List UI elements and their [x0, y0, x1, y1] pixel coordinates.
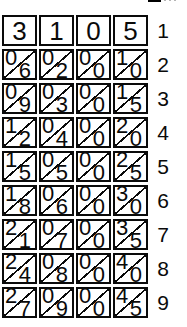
lattice-cell-r5-c3: 00 — [76, 151, 111, 182]
lattice-cell-r3-c1: 09 — [2, 83, 37, 114]
lattice-cell-r7-c4: 35 — [113, 219, 148, 250]
tens-digit: 0 — [42, 149, 54, 171]
lattice-cell-r8-c3: 00 — [76, 253, 111, 284]
multiplier-label-1: 1 — [150, 15, 176, 46]
lattice-cell-r2-c2: 02 — [39, 49, 74, 80]
tens-digit: 0 — [79, 47, 91, 69]
multiplier-label-7: 7 — [150, 219, 176, 250]
tens-digit: 0 — [79, 115, 91, 137]
tens-digit: 0 — [42, 251, 54, 273]
units-digit: 0 — [93, 196, 105, 218]
units-digit: 0 — [93, 60, 105, 82]
multiplier-label-6: 6 — [150, 185, 176, 216]
lattice-cell-r4-c1: 12 — [2, 117, 37, 148]
units-digit: 0 — [93, 94, 105, 116]
units-digit: 8 — [56, 264, 68, 286]
lattice-cell-r8-c4: 40 — [113, 253, 148, 284]
tens-digit: 0 — [79, 81, 91, 103]
units-digit: 2 — [19, 128, 31, 150]
units-digit: 7 — [56, 230, 68, 252]
tens-digit: 2 — [5, 285, 17, 307]
tens-digit: 1 — [116, 81, 128, 103]
tens-digit: 0 — [79, 285, 91, 307]
tens-digit: 2 — [5, 251, 17, 273]
units-digit: 5 — [130, 94, 142, 116]
tens-digit: 1 — [5, 183, 17, 205]
units-digit: 5 — [130, 162, 142, 184]
multiplier-label-9: 9 — [150, 287, 176, 318]
lattice-cell-r6-c2: 06 — [39, 185, 74, 216]
tens-digit: 0 — [42, 285, 54, 307]
lattice-cell-r3-c2: 03 — [39, 83, 74, 114]
lattice-cell-r4-c4: 20 — [113, 117, 148, 148]
tens-digit: 2 — [116, 115, 128, 137]
units-digit: 0 — [130, 128, 142, 150]
lattice-multiplication-worksheet: 3105106020010209030015312040020415050025… — [0, 0, 187, 327]
multiplicand-digit-cell-c3: 0 — [76, 15, 111, 46]
lattice-cell-r9-c1: 27 — [2, 287, 37, 318]
lattice-cell-r4-c3: 00 — [76, 117, 111, 148]
tens-digit: 2 — [5, 217, 17, 239]
units-digit: 6 — [56, 196, 68, 218]
tens-digit: 0 — [5, 47, 17, 69]
lattice-cell-r2-c4: 10 — [113, 49, 148, 80]
units-digit: 0 — [130, 196, 142, 218]
lattice-cell-r6-c1: 18 — [2, 185, 37, 216]
lattice-cell-r7-c3: 00 — [76, 219, 111, 250]
multiplier-label-3: 3 — [150, 83, 176, 114]
units-digit: 2 — [56, 60, 68, 82]
tens-digit: 0 — [42, 217, 54, 239]
lattice-cell-r5-c4: 25 — [113, 151, 148, 182]
units-digit: 4 — [19, 264, 31, 286]
tens-digit: 0 — [79, 217, 91, 239]
lattice-cell-r3-c4: 15 — [113, 83, 148, 114]
lattice-cell-r3-c3: 00 — [76, 83, 111, 114]
lattice-cell-r8-c1: 24 — [2, 253, 37, 284]
units-digit: 6 — [19, 60, 31, 82]
units-digit: 0 — [93, 230, 105, 252]
lattice-cell-r2-c1: 06 — [2, 49, 37, 80]
multiplier-label-8: 8 — [150, 253, 176, 284]
lattice-cell-r5-c2: 05 — [39, 151, 74, 182]
units-digit: 5 — [19, 162, 31, 184]
lattice-cell-r9-c4: 45 — [113, 287, 148, 318]
tens-digit: 0 — [42, 47, 54, 69]
multiplicand-digit-cell-c4: 5 — [113, 15, 148, 46]
multiplier-label-4: 4 — [150, 117, 176, 148]
cropped-text-artifact-dots — [164, 0, 179, 1]
lattice-cell-r2-c3: 00 — [76, 49, 111, 80]
units-digit: 5 — [130, 230, 142, 252]
units-digit: 5 — [56, 162, 68, 184]
tens-digit: 4 — [116, 285, 128, 307]
tens-digit: 4 — [116, 251, 128, 273]
multiplicand-digit-cell-c1: 3 — [2, 15, 37, 46]
units-digit: 0 — [93, 264, 105, 286]
lattice-cell-r9-c3: 00 — [76, 287, 111, 318]
lattice-cell-r8-c2: 08 — [39, 253, 74, 284]
multiplier-label-5: 5 — [150, 151, 176, 182]
tens-digit: 0 — [42, 115, 54, 137]
units-digit: 1 — [19, 230, 31, 252]
lattice-cell-r4-c2: 04 — [39, 117, 74, 148]
tens-digit: 0 — [5, 81, 17, 103]
units-digit: 9 — [19, 94, 31, 116]
tens-digit: 0 — [79, 251, 91, 273]
tens-digit: 3 — [116, 217, 128, 239]
units-digit: 0 — [93, 162, 105, 184]
tens-digit: 0 — [42, 81, 54, 103]
tens-digit: 1 — [116, 47, 128, 69]
multiplier-label-2: 2 — [150, 49, 176, 80]
tens-digit: 0 — [42, 183, 54, 205]
lattice-cell-r6-c4: 30 — [113, 185, 148, 216]
tens-digit: 1 — [5, 149, 17, 171]
units-digit: 8 — [19, 196, 31, 218]
lattice-cell-r5-c1: 15 — [2, 151, 37, 182]
tens-digit: 1 — [5, 115, 17, 137]
lattice-cell-r7-c1: 21 — [2, 219, 37, 250]
tens-digit: 2 — [116, 149, 128, 171]
lattice-cell-r9-c2: 09 — [39, 287, 74, 318]
lattice-cell-r6-c3: 00 — [76, 185, 111, 216]
tens-digit: 0 — [79, 149, 91, 171]
units-digit: 0 — [130, 264, 142, 286]
multiplicand-digit-cell-c2: 1 — [39, 15, 74, 46]
cropped-text-artifact — [148, 0, 161, 2]
units-digit: 0 — [130, 60, 142, 82]
tens-digit: 3 — [116, 183, 128, 205]
lattice-cell-r7-c2: 07 — [39, 219, 74, 250]
units-digit: 9 — [56, 298, 68, 320]
units-digit: 0 — [93, 298, 105, 320]
units-digit: 4 — [56, 128, 68, 150]
units-digit: 7 — [19, 298, 31, 320]
units-digit: 5 — [130, 298, 142, 320]
units-digit: 0 — [93, 128, 105, 150]
lattice-grid: 3105106020010209030015312040020415050025… — [2, 15, 176, 318]
units-digit: 3 — [56, 94, 68, 116]
tens-digit: 0 — [79, 183, 91, 205]
